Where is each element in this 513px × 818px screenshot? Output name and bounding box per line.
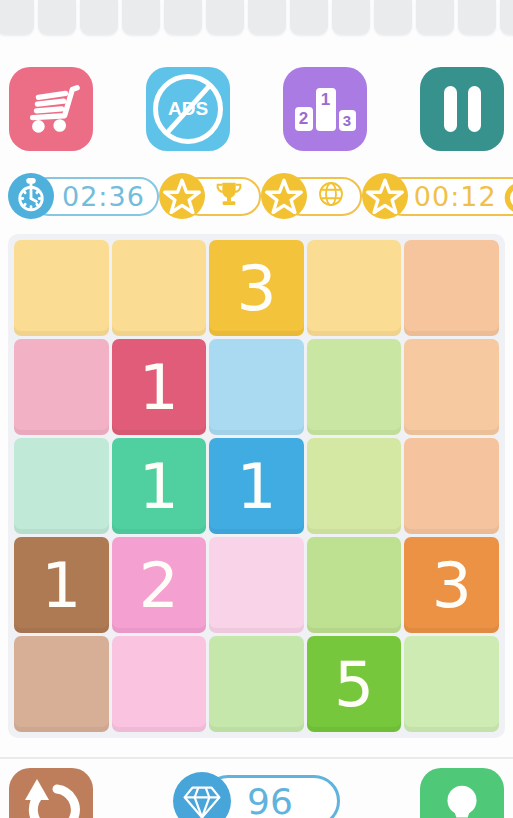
star-icon: [159, 173, 205, 219]
cell-r5c3[interactable]: [209, 636, 304, 732]
tile: [80, 0, 118, 34]
no-ads-icon: ADS: [153, 74, 223, 144]
star-icon: [261, 173, 307, 219]
cell-r1c5[interactable]: [404, 240, 499, 336]
pause-icon: [444, 86, 481, 132]
remove-ads-button[interactable]: ADS: [146, 67, 230, 151]
world-badge: [261, 173, 362, 219]
trophy-icon: [212, 178, 246, 214]
elapsed-time-badge: 02:36: [8, 173, 159, 219]
tile: [332, 0, 370, 34]
tile: [416, 0, 454, 34]
status-badges: 02:36: [0, 173, 513, 219]
cell-r4c5[interactable]: 3: [404, 537, 499, 633]
star-icon: [362, 173, 408, 219]
cell-r2c1[interactable]: [14, 339, 109, 435]
tile: [500, 0, 513, 34]
tile: [0, 0, 34, 34]
cell-r2c5[interactable]: [404, 339, 499, 435]
best-time-badge: 00:12: [362, 173, 513, 219]
tile: [374, 0, 412, 34]
cell-r5c1[interactable]: [14, 636, 109, 732]
puzzle-board: 31111235: [8, 234, 505, 738]
leaderboard-button[interactable]: 2 1 3: [283, 67, 367, 151]
tile: [206, 0, 244, 34]
hint-button[interactable]: [420, 768, 504, 818]
diamond-icon: [173, 772, 231, 818]
cell-r3c3[interactable]: 1: [209, 438, 304, 534]
tile: [290, 0, 328, 34]
cell-r3c1[interactable]: [14, 438, 109, 534]
tile: [164, 0, 202, 34]
trophy-badge: [159, 173, 261, 219]
elapsed-time-value: 02:36: [62, 181, 145, 212]
cell-r2c4[interactable]: [307, 339, 402, 435]
shop-button[interactable]: [9, 67, 93, 151]
cell-r2c2[interactable]: 1: [112, 339, 207, 435]
globe-icon: [313, 177, 349, 215]
cell-r5c2[interactable]: [112, 636, 207, 732]
cell-r1c3[interactable]: 3: [209, 240, 304, 336]
podium-rank-3: 3: [339, 110, 356, 131]
cell-r2c3[interactable]: [209, 339, 304, 435]
cart-icon: [20, 77, 82, 142]
pause-button[interactable]: [420, 67, 504, 151]
footer: 96: [0, 759, 513, 818]
cell-r4c4[interactable]: [307, 537, 402, 633]
cell-r1c4[interactable]: [307, 240, 402, 336]
cell-r3c4[interactable]: [307, 438, 402, 534]
gem-count-value: 96: [247, 781, 293, 818]
podium-icon: 2 1 3: [295, 88, 356, 131]
stopwatch-filled-icon: [499, 174, 513, 216]
cell-r5c4[interactable]: 5: [307, 636, 402, 732]
gem-counter[interactable]: 96: [173, 772, 340, 818]
restart-button[interactable]: [9, 768, 93, 818]
tile: [248, 0, 286, 34]
toolbar: ADS 2 1 3: [0, 67, 513, 151]
podium-rank-2: 2: [295, 107, 313, 131]
cell-r4c2[interactable]: 2: [112, 537, 207, 633]
cell-r5c5[interactable]: [404, 636, 499, 732]
cell-r3c2[interactable]: 1: [112, 438, 207, 534]
cell-r1c1[interactable]: [14, 240, 109, 336]
restart-icon: [23, 781, 79, 818]
cell-r4c3[interactable]: [209, 537, 304, 633]
decorative-tile-strip: [0, 0, 513, 34]
app-root: ADS 2 1 3: [0, 0, 513, 818]
lightbulb-icon: [436, 781, 488, 818]
tile: [38, 0, 76, 34]
stopwatch-icon: [8, 173, 54, 219]
tile: [122, 0, 160, 34]
cell-r3c5[interactable]: [404, 438, 499, 534]
best-time-value: 00:12: [414, 181, 497, 212]
cell-r4c1[interactable]: 1: [14, 537, 109, 633]
tile: [458, 0, 496, 34]
cell-r1c2[interactable]: [112, 240, 207, 336]
podium-rank-1: 1: [316, 88, 336, 131]
